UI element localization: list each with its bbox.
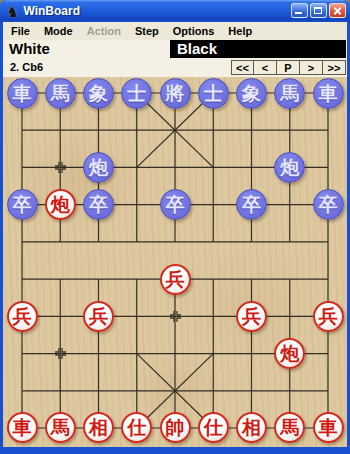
window-title: WinBoard: [23, 4, 80, 18]
board-grid: 車馬象士將士象馬車炮炮卒炮卒卒卒卒兵兵兵兵兵炮車馬相仕帥仕相馬車: [3, 77, 347, 447]
point-f9[interactable]: 士: [194, 77, 232, 112]
point-d4[interactable]: [118, 261, 156, 298]
piece-bC-c7[interactable]: 炮: [83, 152, 114, 183]
nav-button-group: << < P > >>: [231, 60, 346, 75]
point-e6[interactable]: 卒: [156, 186, 194, 223]
player-info-row: White Black: [3, 40, 347, 58]
point-f2[interactable]: [194, 335, 232, 372]
point-i9[interactable]: 車: [309, 77, 347, 112]
piece-rP-e4[interactable]: 兵: [160, 264, 191, 295]
minimize-icon: [295, 12, 302, 14]
point-a3[interactable]: 兵: [3, 298, 41, 335]
piece-bA-f9[interactable]: 士: [198, 78, 229, 109]
point-c3[interactable]: 兵: [79, 298, 117, 335]
point-e7[interactable]: [156, 149, 194, 186]
piece-bN-b9[interactable]: 馬: [45, 78, 76, 109]
white-player-label: White: [9, 40, 50, 58]
point-f3[interactable]: [194, 298, 232, 335]
xiangqi-board: 車馬象士將士象馬車炮炮卒炮卒卒卒卒兵兵兵兵兵炮車馬相仕帥仕相馬車: [3, 77, 347, 447]
point-f0[interactable]: 仕: [194, 409, 232, 446]
black-player-label-active: Black: [170, 40, 346, 58]
piece-rN-h0[interactable]: 馬: [274, 412, 305, 443]
point-f1[interactable]: [194, 372, 232, 409]
point-c2[interactable]: [79, 335, 117, 372]
point-g2[interactable]: [232, 335, 270, 372]
point-i1[interactable]: [309, 372, 347, 409]
maximize-button[interactable]: [310, 3, 327, 18]
piece-bP-a6[interactable]: 卒: [7, 189, 38, 220]
point-b4[interactable]: [41, 261, 79, 298]
point-d1[interactable]: [118, 372, 156, 409]
piece-bA-d9[interactable]: 士: [121, 78, 152, 109]
point-h8[interactable]: [271, 112, 309, 149]
point-c5[interactable]: [79, 223, 117, 260]
piece-bN-h9[interactable]: 馬: [274, 78, 305, 109]
rewind-button[interactable]: <<: [231, 60, 254, 75]
point-d8[interactable]: [118, 112, 156, 149]
point-a9[interactable]: 車: [3, 77, 41, 112]
point-h1[interactable]: [271, 372, 309, 409]
piece-rN-b0[interactable]: 馬: [45, 412, 76, 443]
piece-rP-g3[interactable]: 兵: [236, 301, 267, 332]
point-f7[interactable]: [194, 149, 232, 186]
point-i0[interactable]: 車: [309, 409, 347, 446]
point-marker: [169, 310, 182, 323]
point-f5[interactable]: [194, 223, 232, 260]
point-c0[interactable]: 相: [79, 409, 117, 446]
point-a2[interactable]: [3, 335, 41, 372]
point-d7[interactable]: [118, 149, 156, 186]
piece-bB-c9[interactable]: 象: [83, 78, 114, 109]
move-nav-row: 2. Cb6 << < P > >>: [3, 58, 347, 77]
menu-bar: File Mode Action Step Options Help: [3, 22, 347, 40]
piece-rR-i0[interactable]: 車: [313, 412, 344, 443]
knight-icon[interactable]: ♞: [6, 4, 19, 19]
point-a6[interactable]: 卒: [3, 186, 41, 223]
piece-rC-b6[interactable]: 炮: [45, 189, 76, 220]
piece-bP-c6[interactable]: 卒: [83, 189, 114, 220]
pause-button[interactable]: P: [277, 60, 300, 75]
point-g4[interactable]: [232, 261, 270, 298]
point-b3[interactable]: [41, 298, 79, 335]
point-b0[interactable]: 馬: [41, 409, 79, 446]
winboard-window: ♞ WinBoard File Mode Action Step Options…: [0, 0, 350, 454]
point-g0[interactable]: 相: [232, 409, 270, 446]
title-bar[interactable]: ♞ WinBoard: [0, 0, 350, 22]
point-g1[interactable]: [232, 372, 270, 409]
point-marker: [54, 347, 67, 360]
point-e4[interactable]: 兵: [156, 261, 194, 298]
menu-step[interactable]: Step: [135, 25, 159, 37]
menu-options[interactable]: Options: [173, 25, 215, 37]
point-h7[interactable]: 炮: [271, 149, 309, 186]
piece-rB-g0[interactable]: 相: [236, 412, 267, 443]
point-h6[interactable]: [271, 186, 309, 223]
point-e8[interactable]: [156, 112, 194, 149]
point-h4[interactable]: [271, 261, 309, 298]
point-e0[interactable]: 帥: [156, 409, 194, 446]
point-d0[interactable]: 仕: [118, 409, 156, 446]
point-g7[interactable]: [232, 149, 270, 186]
point-i3[interactable]: 兵: [309, 298, 347, 335]
point-g3[interactable]: 兵: [232, 298, 270, 335]
piece-rP-c3[interactable]: 兵: [83, 301, 114, 332]
piece-rA-d0[interactable]: 仕: [121, 412, 152, 443]
point-c4[interactable]: [79, 261, 117, 298]
point-c6[interactable]: 卒: [79, 186, 117, 223]
point-h9[interactable]: 馬: [271, 77, 309, 112]
point-b5[interactable]: [41, 223, 79, 260]
point-i5[interactable]: [309, 223, 347, 260]
point-b1[interactable]: [41, 372, 79, 409]
point-f6[interactable]: [194, 186, 232, 223]
point-h2[interactable]: 炮: [271, 335, 309, 372]
menu-mode[interactable]: Mode: [44, 25, 73, 37]
point-d6[interactable]: [118, 186, 156, 223]
point-d3[interactable]: [118, 298, 156, 335]
point-d5[interactable]: [118, 223, 156, 260]
point-g9[interactable]: 象: [232, 77, 270, 112]
piece-rP-a3[interactable]: 兵: [7, 301, 38, 332]
point-h0[interactable]: 馬: [271, 409, 309, 446]
menu-help[interactable]: Help: [228, 25, 252, 37]
point-i2[interactable]: [309, 335, 347, 372]
point-h5[interactable]: [271, 223, 309, 260]
piece-bR-a9[interactable]: 車: [7, 78, 38, 109]
point-e3[interactable]: [156, 298, 194, 335]
point-a1[interactable]: [3, 372, 41, 409]
point-i7[interactable]: [309, 149, 347, 186]
piece-rP-i3[interactable]: 兵: [313, 301, 344, 332]
piece-bR-i9[interactable]: 車: [313, 78, 344, 109]
point-e5[interactable]: [156, 223, 194, 260]
point-c8[interactable]: [79, 112, 117, 149]
point-b9[interactable]: 馬: [41, 77, 79, 112]
point-e9[interactable]: 將: [156, 77, 194, 112]
point-e2[interactable]: [156, 335, 194, 372]
point-e1[interactable]: [156, 372, 194, 409]
point-a7[interactable]: [3, 149, 41, 186]
point-d2[interactable]: [118, 335, 156, 372]
point-h3[interactable]: [271, 298, 309, 335]
point-g8[interactable]: [232, 112, 270, 149]
piece-rK-e0[interactable]: 帥: [160, 412, 191, 443]
step-forward-button[interactable]: >: [300, 60, 323, 75]
point-g5[interactable]: [232, 223, 270, 260]
piece-rB-c0[interactable]: 相: [83, 412, 114, 443]
step-back-button[interactable]: <: [254, 60, 277, 75]
point-marker: [54, 161, 67, 174]
point-b6[interactable]: 炮: [41, 186, 79, 223]
point-c1[interactable]: [79, 372, 117, 409]
menu-action: Action: [87, 25, 121, 37]
piece-bB-g9[interactable]: 象: [236, 78, 267, 109]
point-b2[interactable]: [41, 335, 79, 372]
point-i4[interactable]: [309, 261, 347, 298]
point-i6[interactable]: 卒: [309, 186, 347, 223]
piece-bP-e6[interactable]: 卒: [160, 189, 191, 220]
close-button[interactable]: [329, 3, 346, 18]
piece-bC-h7[interactable]: 炮: [274, 152, 305, 183]
piece-bP-g6[interactable]: 卒: [236, 189, 267, 220]
minimize-button[interactable]: [291, 3, 308, 18]
piece-bK-e9[interactable]: 將: [160, 78, 191, 109]
point-a0[interactable]: 車: [3, 409, 41, 446]
point-g6[interactable]: 卒: [232, 186, 270, 223]
piece-bP-i6[interactable]: 卒: [313, 189, 344, 220]
point-b8[interactable]: [41, 112, 79, 149]
point-d9[interactable]: 士: [118, 77, 156, 112]
point-a4[interactable]: [3, 261, 41, 298]
point-b7[interactable]: [41, 149, 79, 186]
point-i8[interactable]: [309, 112, 347, 149]
point-f4[interactable]: [194, 261, 232, 298]
last-move-text: 2. Cb6: [10, 58, 43, 77]
point-a8[interactable]: [3, 112, 41, 149]
point-a5[interactable]: [3, 223, 41, 260]
maximize-icon: [314, 7, 322, 14]
point-f8[interactable]: [194, 112, 232, 149]
piece-rA-f0[interactable]: 仕: [198, 412, 229, 443]
point-c9[interactable]: 象: [79, 77, 117, 112]
menu-file[interactable]: File: [11, 25, 30, 37]
piece-rR-a0[interactable]: 車: [7, 412, 38, 443]
piece-rC-h2[interactable]: 炮: [274, 338, 305, 369]
fast-forward-button[interactable]: >>: [323, 60, 346, 75]
point-c7[interactable]: 炮: [79, 149, 117, 186]
